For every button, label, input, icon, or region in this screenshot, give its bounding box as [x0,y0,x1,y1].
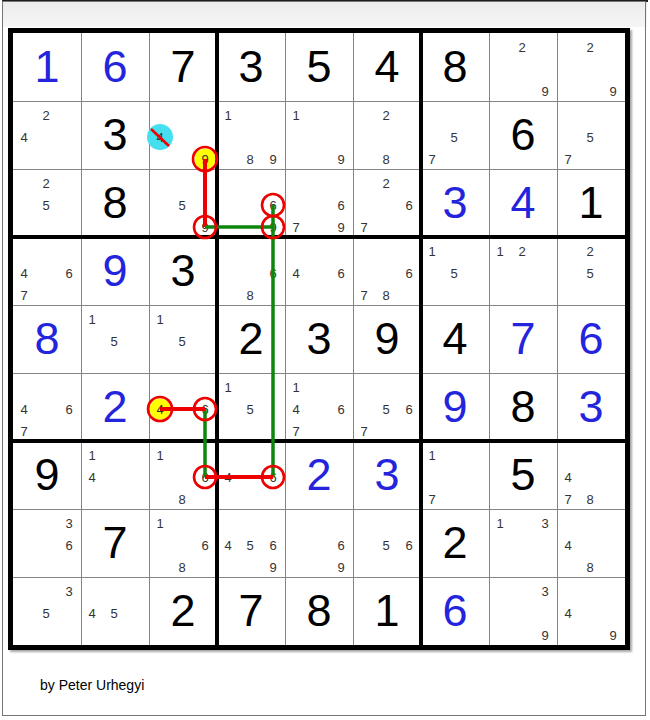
cell-r7c2[interactable]: 14 [81,441,149,509]
candidate-9: 9 [269,221,276,234]
cell-r4c1[interactable]: 467 [13,237,81,305]
candidate-6: 6 [269,267,276,280]
cell-r4c5[interactable]: 46 [285,237,353,305]
cell-r5c1[interactable]: 8 [13,305,81,373]
cell-r6c3[interactable]: 46 [149,373,217,441]
cell-r9c4[interactable]: 7 [217,577,285,645]
candidate-8: 8 [178,493,185,506]
candidate-2: 2 [586,41,593,54]
cell-r6c5[interactable]: 1467 [285,373,353,441]
cell-value: 6 [81,33,149,101]
cell-value: 8 [13,305,81,373]
cell-r7c1[interactable]: 9 [13,441,81,509]
candidate-7: 7 [292,425,299,438]
cell-r7c4[interactable]: 46 [217,441,285,509]
cell-r7c6[interactable]: 3 [353,441,421,509]
cell-r6c7[interactable]: 9 [421,373,489,441]
candidate-1: 1 [292,381,299,394]
cell-r6c9[interactable]: 3 [557,373,625,441]
candidate-4: 4 [292,403,299,416]
cell-r3c3[interactable]: 59 [149,169,217,237]
cell-r5c9[interactable]: 6 [557,305,625,373]
candidate-5: 5 [246,403,253,416]
candidate-6: 6 [269,471,276,484]
cell-value: 6 [557,305,625,373]
cell-r2c5[interactable]: 19 [285,101,353,169]
cell-r9c3[interactable]: 2 [149,577,217,645]
candidate-4: 4 [156,131,163,144]
cell-value: 9 [13,441,81,509]
candidate-3: 3 [65,585,72,598]
candidate-9: 9 [201,221,208,234]
candidate-7: 7 [360,289,367,302]
candidate-4: 4 [20,131,27,144]
candidate-5: 5 [450,267,457,280]
candidate-1: 1 [292,109,299,122]
cell-r8c8[interactable]: 13 [489,509,557,577]
cell-r2c1[interactable]: 24 [13,101,81,169]
candidate-9: 9 [541,629,548,642]
candidate-8: 8 [586,493,593,506]
candidate-2: 2 [586,245,593,258]
cell-value: 8 [81,169,149,237]
candidate-6: 6 [201,471,208,484]
cell-value: 1 [557,169,625,237]
candidate-1: 1 [428,449,435,462]
cell-r5c5[interactable]: 3 [285,305,353,373]
cell-r4c6[interactable]: 678 [353,237,421,305]
candidate-7: 7 [428,493,435,506]
candidate-4: 4 [88,471,95,484]
cell-r9c6[interactable]: 1 [353,577,421,645]
candidate-5: 5 [586,267,593,280]
candidate-1: 1 [156,449,163,462]
candidate-6: 6 [269,199,276,212]
candidate-4: 4 [224,471,231,484]
candidate-1: 1 [156,313,163,326]
candidate-4: 4 [564,607,571,620]
candidate-4: 4 [88,607,95,620]
candidate-6: 6 [201,539,208,552]
cell-r8c6[interactable]: 56 [353,509,421,577]
candidate-7: 7 [360,221,367,234]
cell-r9c2[interactable]: 45 [81,577,149,645]
candidate-3: 3 [65,517,72,530]
candidate-5: 5 [382,403,389,416]
candidate-5: 5 [246,539,253,552]
cell-value: 8 [285,577,353,645]
author-credit: by Peter Urhegyi [40,677,144,693]
cell-r6c2[interactable]: 2 [81,373,149,441]
candidate-8: 8 [382,289,389,302]
cell-r9c9[interactable]: 49 [557,577,625,645]
cell-r1c3[interactable]: 7 [149,33,217,101]
cell-value: 7 [489,305,557,373]
candidate-1: 1 [224,381,231,394]
candidate-9: 9 [337,153,344,166]
candidate-4: 4 [20,403,27,416]
cell-value: 7 [81,509,149,577]
cell-r3c1[interactable]: 25 [13,169,81,237]
cell-value: 4 [421,305,489,373]
candidate-5: 5 [382,539,389,552]
cell-r3c6[interactable]: 267 [353,169,421,237]
candidate-6: 6 [269,539,276,552]
candidate-8: 8 [246,153,253,166]
candidate-2: 2 [42,109,49,122]
candidate-7: 7 [428,153,435,166]
cell-r5c3[interactable]: 15 [149,305,217,373]
cell-r9c5[interactable]: 8 [285,577,353,645]
cell-value: 5 [489,441,557,509]
candidate-1: 1 [496,517,503,530]
cell-r4c8[interactable]: 12 [489,237,557,305]
cell-value: 3 [557,373,625,441]
cell-value: 8 [421,33,489,101]
candidate-5: 5 [110,335,117,348]
candidate-6: 6 [405,539,412,552]
cell-r3c9[interactable]: 1 [557,169,625,237]
cell-value: 2 [217,305,285,373]
cell-r8c9[interactable]: 48 [557,509,625,577]
candidate-5: 5 [110,607,117,620]
cell-r2c4[interactable]: 189 [217,101,285,169]
candidate-6: 6 [405,403,412,416]
cell-r8c5[interactable]: 69 [285,509,353,577]
candidate-4: 4 [156,403,163,416]
cell-r7c8[interactable]: 5 [489,441,557,509]
cell-r8c2[interactable]: 7 [81,509,149,577]
sudoku-board: 1673548292924349189192857657258596967926… [8,28,630,650]
cell-r2c2[interactable]: 3 [81,101,149,169]
cell-r3c7[interactable]: 3 [421,169,489,237]
cell-r1c8[interactable]: 29 [489,33,557,101]
cell-r6c6[interactable]: 567 [353,373,421,441]
candidate-6: 6 [65,539,72,552]
candidate-1: 1 [156,517,163,530]
cell-r5c2[interactable]: 15 [81,305,149,373]
cell-value: 3 [217,33,285,101]
candidate-4: 4 [20,267,27,280]
cell-value: 4 [353,33,421,101]
candidate-1: 1 [88,449,95,462]
candidate-9: 9 [609,85,616,98]
cell-r1c7[interactable]: 8 [421,33,489,101]
candidate-9: 9 [541,85,548,98]
cell-r3c2[interactable]: 8 [81,169,149,237]
cell-r3c5[interactable]: 679 [285,169,353,237]
cell-r7c7[interactable]: 17 [421,441,489,509]
cell-r9c7[interactable]: 6 [421,577,489,645]
candidate-4: 4 [564,539,571,552]
candidate-2: 2 [382,109,389,122]
candidate-6: 6 [337,403,344,416]
candidate-1: 1 [428,245,435,258]
candidate-9: 9 [201,153,208,166]
cell-r2c8[interactable]: 6 [489,101,557,169]
cell-value: 3 [285,305,353,373]
candidate-9: 9 [609,629,616,642]
cell-r1c4[interactable]: 3 [217,33,285,101]
cell-value: 6 [489,101,557,169]
cell-r3c4[interactable]: 69 [217,169,285,237]
candidate-3: 3 [541,517,548,530]
cell-value: 9 [421,373,489,441]
candidate-9: 9 [337,221,344,234]
candidate-2: 2 [382,177,389,190]
cell-value: 2 [421,509,489,577]
candidate-9: 9 [269,153,276,166]
candidate-6: 6 [405,199,412,212]
candidate-5: 5 [42,607,49,620]
candidate-8: 8 [178,561,185,574]
cell-r2c3[interactable]: 49 [149,101,217,169]
candidate-6: 6 [337,539,344,552]
cell-r8c7[interactable]: 2 [421,509,489,577]
candidate-2: 2 [518,245,525,258]
candidate-1: 1 [496,245,503,258]
cell-r2c6[interactable]: 28 [353,101,421,169]
cell-r7c3[interactable]: 168 [149,441,217,509]
candidate-2: 2 [42,177,49,190]
candidate-3: 3 [541,585,548,598]
candidate-6: 6 [201,403,208,416]
cell-r1c1[interactable]: 1 [13,33,81,101]
candidate-9: 9 [337,561,344,574]
cell-value: 1 [353,577,421,645]
cell-r1c2[interactable]: 6 [81,33,149,101]
candidate-7: 7 [292,221,299,234]
cell-r6c4[interactable]: 15 [217,373,285,441]
cell-value: 2 [81,373,149,441]
candidate-9: 9 [269,561,276,574]
cell-r1c5[interactable]: 5 [285,33,353,101]
candidate-7: 7 [360,425,367,438]
cell-r4c2[interactable]: 9 [81,237,149,305]
candidate-5: 5 [586,131,593,144]
candidate-8: 8 [586,561,593,574]
cell-value: 3 [81,101,149,169]
candidate-7: 7 [20,425,27,438]
cell-r9c1[interactable]: 35 [13,577,81,645]
cell-value: 9 [81,237,149,305]
candidate-1: 1 [88,313,95,326]
cell-r8c1[interactable]: 36 [13,509,81,577]
cell-value: 7 [149,33,217,101]
candidate-7: 7 [564,493,571,506]
cell-value: 8 [489,373,557,441]
cell-r4c7[interactable]: 15 [421,237,489,305]
cell-value: 2 [149,577,217,645]
cell-r3c8[interactable]: 4 [489,169,557,237]
cell-r8c3[interactable]: 168 [149,509,217,577]
candidate-6: 6 [65,403,72,416]
cell-r4c9[interactable]: 25 [557,237,625,305]
cell-r6c8[interactable]: 8 [489,373,557,441]
cell-value: 3 [149,237,217,305]
candidate-5: 5 [42,199,49,212]
cell-value: 2 [285,441,353,509]
cell-r5c8[interactable]: 7 [489,305,557,373]
cell-value: 3 [421,169,489,237]
cell-r2c7[interactable]: 57 [421,101,489,169]
candidate-8: 8 [382,153,389,166]
candidate-6: 6 [337,267,344,280]
candidate-7: 7 [20,289,27,302]
cell-r9c8[interactable]: 39 [489,577,557,645]
candidate-6: 6 [405,267,412,280]
cell-r1c6[interactable]: 4 [353,33,421,101]
cell-r5c4[interactable]: 2 [217,305,285,373]
cell-r7c9[interactable]: 478 [557,441,625,509]
cell-r2c9[interactable]: 57 [557,101,625,169]
candidate-5: 5 [178,199,185,212]
cell-value: 1 [13,33,81,101]
cell-r4c3[interactable]: 3 [149,237,217,305]
candidate-4: 4 [224,539,231,552]
candidate-5: 5 [450,131,457,144]
candidate-5: 5 [178,335,185,348]
candidate-7: 7 [564,153,571,166]
candidate-4: 4 [564,471,571,484]
candidate-4: 4 [292,267,299,280]
cell-r5c6[interactable]: 9 [353,305,421,373]
cell-value: 4 [489,169,557,237]
candidate-6: 6 [337,199,344,212]
cell-r6c1[interactable]: 467 [13,373,81,441]
candidate-6: 6 [65,267,72,280]
cell-value: 9 [353,305,421,373]
candidate-1: 1 [224,109,231,122]
cell-r8c4[interactable]: 4569 [217,509,285,577]
candidate-2: 2 [518,41,525,54]
cell-value: 3 [353,441,421,509]
cell-r4c4[interactable]: 68 [217,237,285,305]
cell-r5c7[interactable]: 4 [421,305,489,373]
cell-value: 6 [421,577,489,645]
candidate-8: 8 [246,289,253,302]
cell-r7c5[interactable]: 2 [285,441,353,509]
cell-r1c9[interactable]: 29 [557,33,625,101]
cell-value: 5 [285,33,353,101]
cell-value: 7 [217,577,285,645]
